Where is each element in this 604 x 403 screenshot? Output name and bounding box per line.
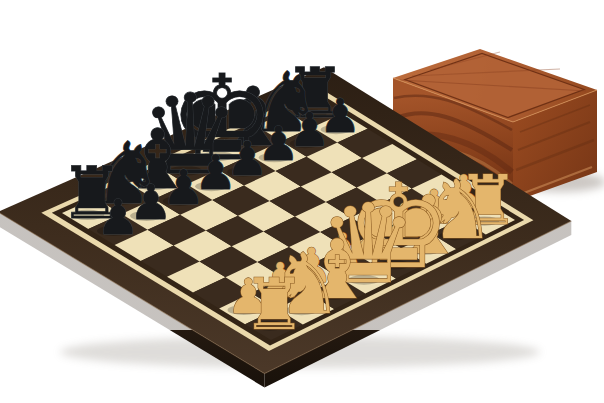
piece-black-pawn-a7[interactable]: ♟: [96, 189, 140, 245]
piece-white-rook-a1[interactable]: ♜: [242, 263, 306, 346]
chess-scene-canvas: ♜♞♟♝♟♚♟♛♟♝♟♞♟♟♜♟♟♜♟♟♞♟♝♟♚♟♛♟♝♟♞♜: [0, 0, 604, 403]
chess-set-product-photo: ♜♞♟♝♟♚♟♛♟♝♟♞♟♟♜♟♟♜♟♟♞♟♝♟♚♟♛♟♝♟♞♜: [0, 0, 604, 403]
